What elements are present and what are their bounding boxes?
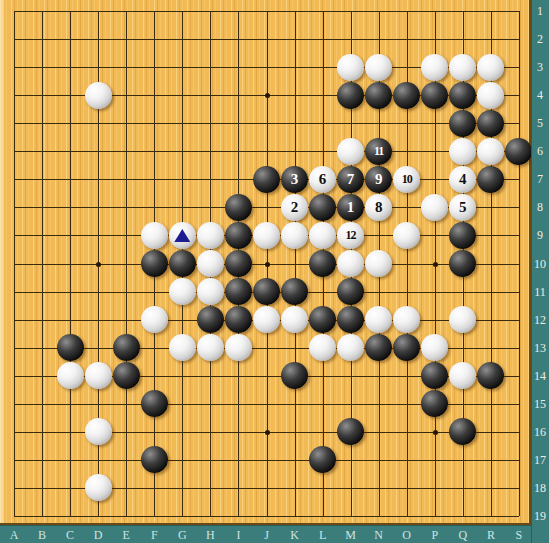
row-label-11: 11 <box>531 285 549 299</box>
column-label-O: O <box>398 528 416 542</box>
stone-white-L7[interactable]: 6 <box>309 166 336 193</box>
move-number-label: 10 <box>402 173 412 185</box>
stone-white-J12[interactable] <box>253 306 280 333</box>
stone-black-J11[interactable] <box>253 278 280 305</box>
stone-black-M12[interactable] <box>337 306 364 333</box>
row-label-16: 16 <box>531 425 549 439</box>
star-point-J10 <box>265 262 270 267</box>
row-label-14: 14 <box>531 369 549 383</box>
go-board[interactable]: 113679104218512 <box>0 0 531 525</box>
stone-white-H9[interactable] <box>197 222 224 249</box>
stone-black-K14[interactable] <box>281 362 308 389</box>
stone-white-M9[interactable]: 12 <box>337 222 364 249</box>
star-point-D10 <box>96 262 101 267</box>
stone-black-O13[interactable] <box>393 334 420 361</box>
stone-white-K8[interactable]: 2 <box>281 194 308 221</box>
stone-black-I8[interactable] <box>225 194 252 221</box>
stone-black-I12[interactable] <box>225 306 252 333</box>
column-label-L: L <box>314 528 332 542</box>
stone-black-N6[interactable]: 11 <box>365 138 392 165</box>
column-label-A: A <box>5 528 23 542</box>
row-label-8: 8 <box>531 200 549 214</box>
stone-black-Q16[interactable] <box>449 418 476 445</box>
stone-black-E14[interactable] <box>113 362 140 389</box>
stone-white-F12[interactable] <box>141 306 168 333</box>
stone-white-Q14[interactable] <box>449 362 476 389</box>
stone-white-J9[interactable] <box>253 222 280 249</box>
stone-white-Q6[interactable] <box>449 138 476 165</box>
stone-white-M13[interactable] <box>337 334 364 361</box>
row-label-17: 17 <box>531 453 549 467</box>
star-point-P10 <box>433 262 438 267</box>
stone-black-M8[interactable]: 1 <box>337 194 364 221</box>
stone-black-F10[interactable] <box>141 250 168 277</box>
row-label-4: 4 <box>531 88 549 102</box>
stone-white-N10[interactable] <box>365 250 392 277</box>
stone-black-N13[interactable] <box>365 334 392 361</box>
stone-black-J7[interactable] <box>253 166 280 193</box>
stone-black-L8[interactable] <box>309 194 336 221</box>
star-point-P16 <box>433 430 438 435</box>
column-label-I: I <box>229 528 247 542</box>
column-label-E: E <box>117 528 135 542</box>
column-label-K: K <box>286 528 304 542</box>
stone-black-M7[interactable]: 7 <box>337 166 364 193</box>
stone-white-P13[interactable] <box>421 334 448 361</box>
stone-white-R4[interactable] <box>477 82 504 109</box>
column-label-J: J <box>258 528 276 542</box>
row-coordinate-strip: 12345678910111213141516171819 <box>531 0 549 543</box>
stone-white-R3[interactable] <box>477 54 504 81</box>
stone-white-G13[interactable] <box>169 334 196 361</box>
row-label-6: 6 <box>531 144 549 158</box>
move-number-label: 7 <box>347 172 355 187</box>
column-label-N: N <box>370 528 388 542</box>
stone-white-R6[interactable] <box>477 138 504 165</box>
stone-white-G9[interactable] <box>169 222 196 249</box>
stone-black-N7[interactable]: 9 <box>365 166 392 193</box>
stone-black-L12[interactable] <box>309 306 336 333</box>
grid-line-horizontal <box>14 516 519 517</box>
stone-black-M11[interactable] <box>337 278 364 305</box>
stone-white-N3[interactable] <box>365 54 392 81</box>
stone-white-Q12[interactable] <box>449 306 476 333</box>
column-label-R: R <box>482 528 500 542</box>
row-label-3: 3 <box>531 60 549 74</box>
row-label-19: 19 <box>531 509 549 523</box>
stone-white-H11[interactable] <box>197 278 224 305</box>
stone-black-F17[interactable] <box>141 446 168 473</box>
stone-white-L9[interactable] <box>309 222 336 249</box>
stone-white-K12[interactable] <box>281 306 308 333</box>
stone-black-Q10[interactable] <box>449 250 476 277</box>
stone-black-N4[interactable] <box>365 82 392 109</box>
stone-black-L10[interactable] <box>309 250 336 277</box>
stone-white-D14[interactable] <box>85 362 112 389</box>
stone-black-I11[interactable] <box>225 278 252 305</box>
row-label-1: 1 <box>531 4 549 18</box>
stone-white-G11[interactable] <box>169 278 196 305</box>
move-number-label: 12 <box>346 229 356 241</box>
stone-white-M3[interactable] <box>337 54 364 81</box>
move-number-label: 9 <box>375 172 383 187</box>
row-label-9: 9 <box>531 228 549 242</box>
stone-black-R14[interactable] <box>477 362 504 389</box>
stone-white-O9[interactable] <box>393 222 420 249</box>
go-board-diagram: 113679104218512 123456789101112131415161… <box>0 0 549 543</box>
stone-black-M16[interactable] <box>337 418 364 445</box>
row-label-13: 13 <box>531 341 549 355</box>
row-label-5: 5 <box>531 116 549 130</box>
move-number-label: 6 <box>319 172 327 187</box>
stone-white-O12[interactable] <box>393 306 420 333</box>
stone-black-I10[interactable] <box>225 250 252 277</box>
grid-line-vertical <box>295 11 296 516</box>
stone-white-Q3[interactable] <box>449 54 476 81</box>
stone-black-K7[interactable]: 3 <box>281 166 308 193</box>
stone-black-M4[interactable] <box>337 82 364 109</box>
stone-black-L17[interactable] <box>309 446 336 473</box>
move-number-label: 11 <box>374 145 383 157</box>
stone-black-Q9[interactable] <box>449 222 476 249</box>
stone-black-P14[interactable] <box>421 362 448 389</box>
row-label-18: 18 <box>531 481 549 495</box>
stone-black-P4[interactable] <box>421 82 448 109</box>
star-point-J4 <box>265 93 270 98</box>
board-edge-highlight <box>0 0 4 523</box>
star-point-J16 <box>265 430 270 435</box>
stone-black-C13[interactable] <box>57 334 84 361</box>
move-number-label: 5 <box>459 200 467 215</box>
column-label-B: B <box>33 528 51 542</box>
move-number-label: 8 <box>375 200 383 215</box>
stone-black-R5[interactable] <box>477 110 504 137</box>
stone-white-H13[interactable] <box>197 334 224 361</box>
stone-white-P8[interactable] <box>421 194 448 221</box>
grid-line-horizontal <box>14 460 519 461</box>
column-label-M: M <box>342 528 360 542</box>
column-label-P: P <box>426 528 444 542</box>
stone-black-G10[interactable] <box>169 250 196 277</box>
stone-black-Q5[interactable] <box>449 110 476 137</box>
stone-white-D16[interactable] <box>85 418 112 445</box>
stone-white-N12[interactable] <box>365 306 392 333</box>
move-number-label: 1 <box>347 200 355 215</box>
row-label-7: 7 <box>531 172 549 186</box>
stone-white-Q8[interactable]: 5 <box>449 194 476 221</box>
stone-black-H12[interactable] <box>197 306 224 333</box>
stone-black-R7[interactable] <box>477 166 504 193</box>
stone-white-M10[interactable] <box>337 250 364 277</box>
stone-white-M6[interactable] <box>337 138 364 165</box>
stone-black-Q4[interactable] <box>449 82 476 109</box>
stone-white-H10[interactable] <box>197 250 224 277</box>
triangle-marker-icon <box>174 229 190 242</box>
stone-white-L13[interactable] <box>309 334 336 361</box>
stone-white-F9[interactable] <box>141 222 168 249</box>
row-label-15: 15 <box>531 397 549 411</box>
row-label-10: 10 <box>531 257 549 271</box>
column-label-H: H <box>201 528 219 542</box>
row-label-12: 12 <box>531 313 549 327</box>
grid-line-vertical <box>519 11 520 516</box>
stone-white-O7[interactable]: 10 <box>393 166 420 193</box>
stone-white-C14[interactable] <box>57 362 84 389</box>
stone-white-Q7[interactable]: 4 <box>449 166 476 193</box>
stone-white-D4[interactable] <box>85 82 112 109</box>
column-label-Q: Q <box>454 528 472 542</box>
stone-black-S6[interactable] <box>505 138 532 165</box>
column-label-G: G <box>173 528 191 542</box>
stone-black-P15[interactable] <box>421 390 448 417</box>
stone-black-K11[interactable] <box>281 278 308 305</box>
stone-white-D18[interactable] <box>85 474 112 501</box>
move-number-label: 3 <box>291 172 299 187</box>
column-coordinate-strip: ABCDEFGHIJKLMNOPQRS <box>0 525 531 543</box>
stone-black-O4[interactable] <box>393 82 420 109</box>
column-label-F: F <box>145 528 163 542</box>
stone-black-I9[interactable] <box>225 222 252 249</box>
column-label-D: D <box>89 528 107 542</box>
stone-black-E13[interactable] <box>113 334 140 361</box>
stone-black-F15[interactable] <box>141 390 168 417</box>
stone-white-K9[interactable] <box>281 222 308 249</box>
stone-white-P3[interactable] <box>421 54 448 81</box>
column-label-C: C <box>61 528 79 542</box>
column-label-S: S <box>510 528 528 542</box>
row-label-2: 2 <box>531 32 549 46</box>
stone-white-N8[interactable]: 8 <box>365 194 392 221</box>
move-number-label: 4 <box>459 172 467 187</box>
move-number-label: 2 <box>291 200 299 215</box>
stone-white-I13[interactable] <box>225 334 252 361</box>
